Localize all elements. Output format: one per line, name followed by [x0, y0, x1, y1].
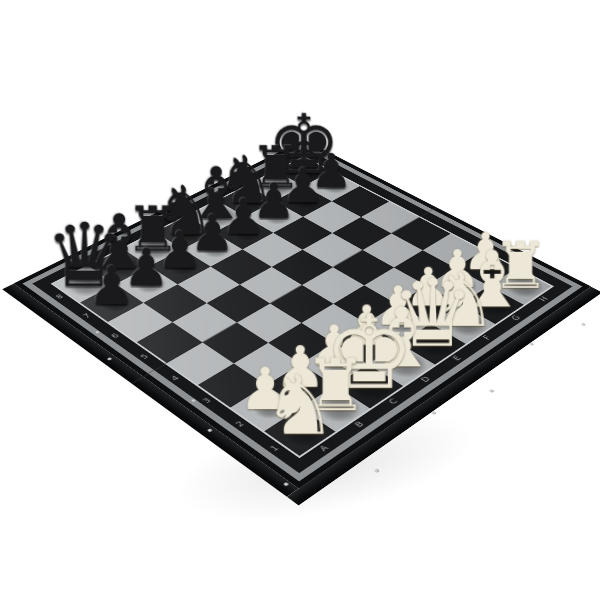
photo-background: ABCDEFGH12345678♛♝♜♞♝♞♜♚♟♟♟♟♟♟♟♟♟♟♟♟♟♟♟♟… — [0, 0, 600, 600]
rim-rivet — [95, 330, 101, 334]
rim-rivet — [581, 323, 587, 327]
rim-rivet — [191, 399, 197, 403]
